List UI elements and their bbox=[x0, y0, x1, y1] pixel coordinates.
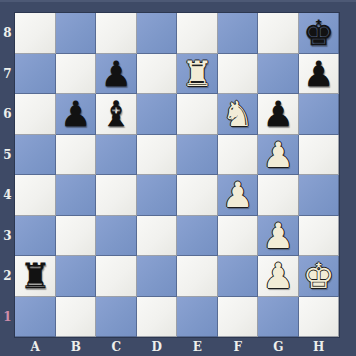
white-king[interactable]: ♚ bbox=[303, 256, 334, 296]
file-label-e: E bbox=[177, 339, 218, 356]
square-d2[interactable] bbox=[137, 256, 178, 297]
rank-label-4: 4 bbox=[0, 175, 15, 216]
square-a8[interactable] bbox=[15, 13, 56, 54]
square-h7[interactable]: ♟ bbox=[299, 54, 340, 95]
square-f5[interactable] bbox=[218, 135, 259, 176]
square-g6[interactable]: ♟ bbox=[258, 94, 299, 135]
square-c1[interactable] bbox=[96, 297, 137, 338]
square-a5[interactable] bbox=[15, 135, 56, 176]
white-pawn[interactable]: ♟ bbox=[263, 256, 294, 296]
white-pawn[interactable]: ♟ bbox=[263, 135, 294, 175]
square-d7[interactable] bbox=[137, 54, 178, 95]
square-b3[interactable] bbox=[56, 216, 97, 257]
square-d5[interactable] bbox=[137, 135, 178, 176]
square-e1[interactable] bbox=[177, 297, 218, 338]
file-label-f: F bbox=[218, 339, 259, 356]
file-label-b: B bbox=[56, 339, 97, 356]
black-pawn[interactable]: ♟ bbox=[101, 54, 132, 94]
square-d1[interactable] bbox=[137, 297, 178, 338]
white-knight[interactable]: ♞ bbox=[222, 94, 253, 134]
square-h1[interactable] bbox=[299, 297, 340, 338]
rank-label-7: 7 bbox=[0, 54, 15, 95]
square-f3[interactable] bbox=[218, 216, 259, 257]
rank-label-1: 1 bbox=[0, 297, 15, 338]
square-b5[interactable] bbox=[56, 135, 97, 176]
rank-label-2: 2 bbox=[0, 256, 15, 297]
square-a4[interactable] bbox=[15, 175, 56, 216]
square-d6[interactable] bbox=[137, 94, 178, 135]
square-g1[interactable] bbox=[258, 297, 299, 338]
rank-label-3: 3 bbox=[0, 216, 15, 257]
rank-label-6: 6 bbox=[0, 94, 15, 135]
square-e4[interactable] bbox=[177, 175, 218, 216]
square-b7[interactable] bbox=[56, 54, 97, 95]
square-h8[interactable]: ♚ bbox=[299, 13, 340, 54]
square-a7[interactable] bbox=[15, 54, 56, 95]
square-c2[interactable] bbox=[96, 256, 137, 297]
black-king[interactable]: ♚ bbox=[303, 13, 334, 53]
square-b8[interactable] bbox=[56, 13, 97, 54]
square-f4[interactable]: ♟ bbox=[218, 175, 259, 216]
square-g7[interactable] bbox=[258, 54, 299, 95]
black-rook[interactable]: ♜ bbox=[20, 256, 51, 296]
file-label-g: G bbox=[258, 339, 299, 356]
square-c6[interactable]: ♝ bbox=[96, 94, 137, 135]
rank-label-5: 5 bbox=[0, 135, 15, 176]
square-c3[interactable] bbox=[96, 216, 137, 257]
square-f7[interactable] bbox=[218, 54, 259, 95]
square-a1[interactable] bbox=[15, 297, 56, 338]
square-g4[interactable] bbox=[258, 175, 299, 216]
square-c8[interactable] bbox=[96, 13, 137, 54]
square-f6[interactable]: ♞ bbox=[218, 94, 259, 135]
square-e7[interactable]: ♜ bbox=[177, 54, 218, 95]
white-pawn[interactable]: ♟ bbox=[263, 216, 294, 256]
square-b2[interactable] bbox=[56, 256, 97, 297]
square-b6[interactable]: ♟ bbox=[56, 94, 97, 135]
black-pawn[interactable]: ♟ bbox=[263, 94, 294, 134]
square-g2[interactable]: ♟ bbox=[258, 256, 299, 297]
square-h6[interactable] bbox=[299, 94, 340, 135]
square-e5[interactable] bbox=[177, 135, 218, 176]
square-g3[interactable]: ♟ bbox=[258, 216, 299, 257]
square-c4[interactable] bbox=[96, 175, 137, 216]
file-label-h: H bbox=[299, 339, 340, 356]
square-e2[interactable] bbox=[177, 256, 218, 297]
black-bishop[interactable]: ♝ bbox=[101, 94, 132, 134]
square-c7[interactable]: ♟ bbox=[96, 54, 137, 95]
square-e8[interactable] bbox=[177, 13, 218, 54]
square-a3[interactable] bbox=[15, 216, 56, 257]
square-f8[interactable] bbox=[218, 13, 259, 54]
white-rook[interactable]: ♜ bbox=[182, 54, 213, 94]
square-g5[interactable]: ♟ bbox=[258, 135, 299, 176]
square-a6[interactable] bbox=[15, 94, 56, 135]
file-label-d: D bbox=[137, 339, 178, 356]
square-c5[interactable] bbox=[96, 135, 137, 176]
square-d8[interactable] bbox=[137, 13, 178, 54]
square-h5[interactable] bbox=[299, 135, 340, 176]
square-d4[interactable] bbox=[137, 175, 178, 216]
square-e6[interactable] bbox=[177, 94, 218, 135]
square-d3[interactable] bbox=[137, 216, 178, 257]
black-pawn[interactable]: ♟ bbox=[303, 54, 334, 94]
square-a2[interactable]: ♜ bbox=[15, 256, 56, 297]
square-f2[interactable] bbox=[218, 256, 259, 297]
square-f1[interactable] bbox=[218, 297, 259, 338]
rank-label-8: 8 bbox=[0, 13, 15, 54]
square-h2[interactable]: ♚ bbox=[299, 256, 340, 297]
file-label-c: C bbox=[96, 339, 137, 356]
square-h4[interactable] bbox=[299, 175, 340, 216]
chess-board: ♚♟♜♟♟♝♞♟♟♟♟♜♟♚ bbox=[15, 13, 339, 337]
square-h3[interactable] bbox=[299, 216, 340, 257]
chess-diagram-frame: ♚♟♜♟♟♝♞♟♟♟♟♜♟♚ 87654321 ABCDEFGH bbox=[0, 0, 356, 356]
square-e3[interactable] bbox=[177, 216, 218, 257]
black-pawn[interactable]: ♟ bbox=[60, 94, 91, 134]
square-g8[interactable] bbox=[258, 13, 299, 54]
square-b4[interactable] bbox=[56, 175, 97, 216]
white-pawn[interactable]: ♟ bbox=[222, 175, 253, 215]
square-b1[interactable] bbox=[56, 297, 97, 338]
file-label-a: A bbox=[15, 339, 56, 356]
